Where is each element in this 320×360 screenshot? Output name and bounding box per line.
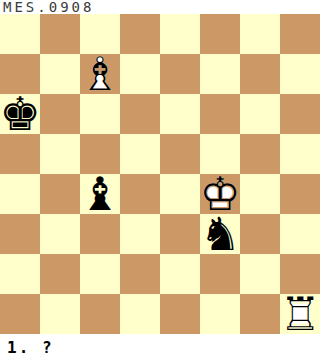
square-d1[interactable]	[120, 294, 160, 334]
square-e7[interactable]	[160, 54, 200, 94]
square-b6[interactable]	[40, 94, 80, 134]
move-prompt: 1. ?	[7, 338, 54, 357]
square-c1[interactable]	[80, 294, 120, 334]
white-rook-outline: ♖	[280, 294, 320, 334]
square-h1[interactable]: ♜♖	[280, 294, 320, 334]
black-knight-icon: ♞	[200, 214, 240, 254]
square-h3[interactable]	[280, 214, 320, 254]
square-g6[interactable]	[240, 94, 280, 134]
square-c2[interactable]	[80, 254, 120, 294]
square-f2[interactable]	[200, 254, 240, 294]
square-c3[interactable]	[80, 214, 120, 254]
black-knight-glyph: ♞	[200, 214, 240, 254]
square-a4[interactable]	[0, 174, 40, 214]
square-h7[interactable]	[280, 54, 320, 94]
white-rook-icon: ♜♖	[280, 294, 320, 334]
square-a1[interactable]	[0, 294, 40, 334]
diagram-title: MES.0908	[3, 0, 94, 14]
square-g5[interactable]	[240, 134, 280, 174]
chess-board: ♝♗♚♝♚♔♞♜♖	[0, 14, 320, 334]
square-c4[interactable]: ♝	[80, 174, 120, 214]
square-d6[interactable]	[120, 94, 160, 134]
square-h5[interactable]	[280, 134, 320, 174]
square-e2[interactable]	[160, 254, 200, 294]
square-g4[interactable]	[240, 174, 280, 214]
black-king-glyph: ♚	[0, 94, 40, 134]
square-b4[interactable]	[40, 174, 80, 214]
square-a8[interactable]	[0, 14, 40, 54]
square-d7[interactable]	[120, 54, 160, 94]
square-a6[interactable]: ♚	[0, 94, 40, 134]
square-e4[interactable]	[160, 174, 200, 214]
square-d5[interactable]	[120, 134, 160, 174]
square-h4[interactable]	[280, 174, 320, 214]
square-c7[interactable]: ♝♗	[80, 54, 120, 94]
square-g3[interactable]	[240, 214, 280, 254]
square-a3[interactable]	[0, 214, 40, 254]
square-a2[interactable]	[0, 254, 40, 294]
square-b3[interactable]	[40, 214, 80, 254]
black-bishop-glyph: ♝	[80, 174, 120, 214]
square-h8[interactable]	[280, 14, 320, 54]
square-a5[interactable]	[0, 134, 40, 174]
square-g8[interactable]	[240, 14, 280, 54]
square-g2[interactable]	[240, 254, 280, 294]
square-g7[interactable]	[240, 54, 280, 94]
square-b5[interactable]	[40, 134, 80, 174]
square-e5[interactable]	[160, 134, 200, 174]
square-d4[interactable]	[120, 174, 160, 214]
square-e1[interactable]	[160, 294, 200, 334]
square-d8[interactable]	[120, 14, 160, 54]
white-bishop-icon: ♝♗	[80, 54, 120, 94]
square-c6[interactable]	[80, 94, 120, 134]
square-d3[interactable]	[120, 214, 160, 254]
square-f8[interactable]	[200, 14, 240, 54]
square-e6[interactable]	[160, 94, 200, 134]
square-g1[interactable]	[240, 294, 280, 334]
black-bishop-icon: ♝	[80, 174, 120, 214]
square-f6[interactable]	[200, 94, 240, 134]
chess-diagram-page: MES.0908 ♝♗♚♝♚♔♞♜♖ 1. ?	[0, 0, 320, 360]
square-b1[interactable]	[40, 294, 80, 334]
square-b7[interactable]	[40, 54, 80, 94]
white-bishop-outline: ♗	[80, 54, 120, 94]
square-e8[interactable]	[160, 14, 200, 54]
square-f3[interactable]: ♞	[200, 214, 240, 254]
square-f1[interactable]	[200, 294, 240, 334]
square-d2[interactable]	[120, 254, 160, 294]
square-b8[interactable]	[40, 14, 80, 54]
square-b2[interactable]	[40, 254, 80, 294]
square-f7[interactable]	[200, 54, 240, 94]
square-e3[interactable]	[160, 214, 200, 254]
square-h6[interactable]	[280, 94, 320, 134]
black-king-icon: ♚	[0, 94, 40, 134]
